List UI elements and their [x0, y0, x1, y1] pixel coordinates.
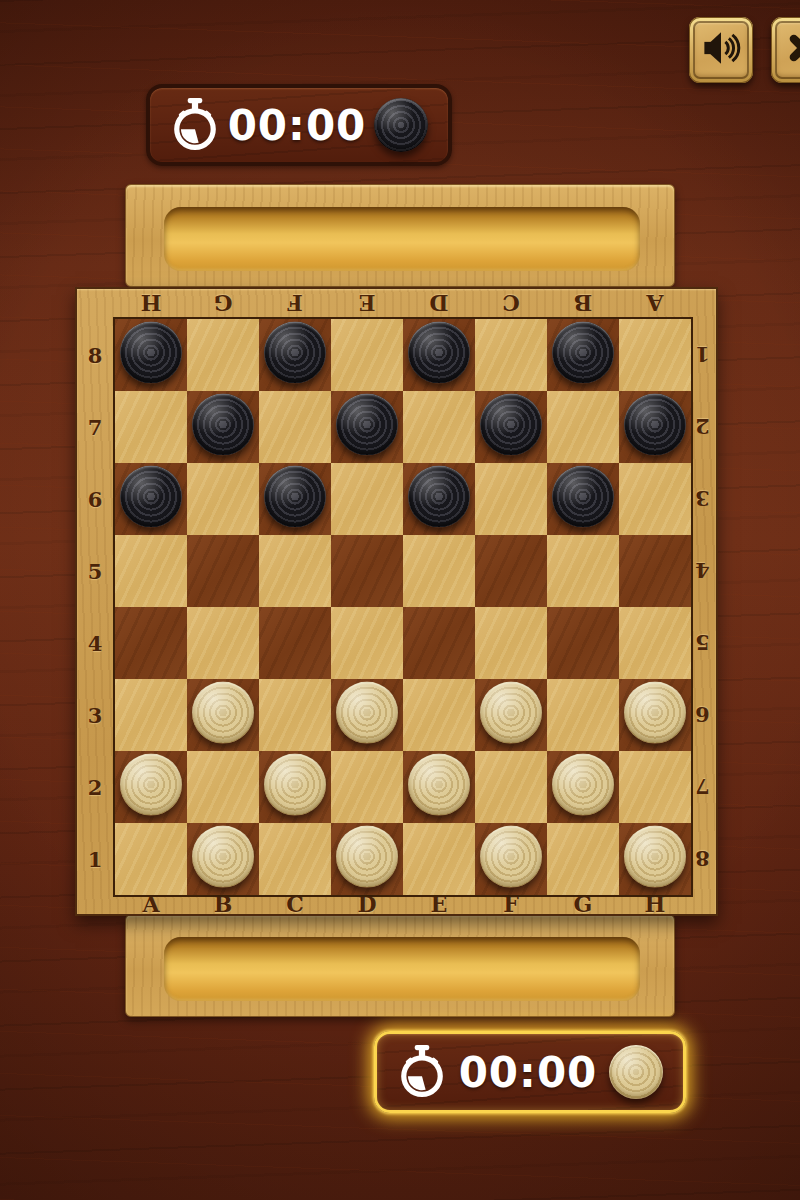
rank-label: 4: [687, 535, 718, 607]
square-E7[interactable]: [403, 391, 475, 463]
white-checker-piece[interactable]: [624, 826, 686, 888]
tray-groove: [164, 937, 640, 1001]
square-C1[interactable]: [259, 823, 331, 895]
square-H5[interactable]: [619, 535, 691, 607]
square-G8[interactable]: [547, 319, 619, 391]
black-checker-piece[interactable]: [192, 394, 254, 456]
square-B3[interactable]: [187, 679, 259, 751]
black-checker-piece[interactable]: [336, 394, 398, 456]
square-F7[interactable]: [475, 391, 547, 463]
square-F8[interactable]: [475, 319, 547, 391]
captured-pieces-tray-top: [125, 184, 675, 287]
file-label: C: [475, 289, 547, 317]
square-A6[interactable]: [115, 463, 187, 535]
square-D8[interactable]: [331, 319, 403, 391]
ranks-left: 87654321: [77, 319, 113, 895]
black-checker-piece[interactable]: [264, 322, 326, 384]
file-label: E: [331, 289, 403, 317]
square-C6[interactable]: [259, 463, 331, 535]
square-A7[interactable]: [115, 391, 187, 463]
rank-label: 4: [77, 607, 113, 679]
white-checker-piece[interactable]: [480, 682, 542, 744]
rank-label: 3: [687, 463, 718, 535]
white-checker-piece[interactable]: [336, 826, 398, 888]
square-A5[interactable]: [115, 535, 187, 607]
rank-label: 6: [77, 463, 113, 535]
square-B7[interactable]: [187, 391, 259, 463]
square-D7[interactable]: [331, 391, 403, 463]
game-screen: 00:00 HGFEDCBA ABCDEFGH 87654321 1234567…: [0, 0, 800, 1200]
white-checker-piece[interactable]: [408, 754, 470, 816]
square-B6[interactable]: [187, 463, 259, 535]
square-F5[interactable]: [475, 535, 547, 607]
white-checker-piece[interactable]: [192, 682, 254, 744]
file-label: A: [619, 289, 691, 317]
black-checker-piece[interactable]: [120, 466, 182, 528]
square-G7[interactable]: [547, 391, 619, 463]
square-C7[interactable]: [259, 391, 331, 463]
square-A3[interactable]: [115, 679, 187, 751]
sound-button-face: [693, 21, 749, 79]
file-label: D: [403, 289, 475, 317]
file-label: F: [259, 289, 331, 317]
square-D3[interactable]: [331, 679, 403, 751]
white-checker-piece[interactable]: [192, 826, 254, 888]
white-timer-piece-indicator: [609, 1045, 663, 1099]
rank-label: 5: [687, 607, 718, 679]
square-D4[interactable]: [331, 607, 403, 679]
square-H3[interactable]: [619, 679, 691, 751]
board-frame: HGFEDCBA ABCDEFGH 87654321 12345678: [75, 287, 718, 916]
square-C3[interactable]: [259, 679, 331, 751]
square-E6[interactable]: [403, 463, 475, 535]
black-checker-piece[interactable]: [480, 394, 542, 456]
rank-label: 1: [77, 823, 113, 895]
black-checker-piece[interactable]: [552, 466, 614, 528]
black-timer-panel: 00:00: [146, 84, 452, 166]
black-checker-piece[interactable]: [552, 322, 614, 384]
square-D2[interactable]: [331, 751, 403, 823]
rank-label: 5: [77, 535, 113, 607]
square-G2[interactable]: [547, 751, 619, 823]
square-H7[interactable]: [619, 391, 691, 463]
rank-label: 3: [77, 679, 113, 751]
square-E8[interactable]: [403, 319, 475, 391]
square-E4[interactable]: [403, 607, 475, 679]
white-checker-piece[interactable]: [624, 682, 686, 744]
file-label: G: [187, 289, 259, 317]
black-timer-value: 00:00: [220, 101, 374, 150]
white-checker-piece[interactable]: [120, 754, 182, 816]
black-checker-piece[interactable]: [624, 394, 686, 456]
captured-pieces-tray-bottom: [125, 914, 675, 1017]
square-E2[interactable]: [403, 751, 475, 823]
tray-groove: [164, 207, 640, 271]
square-G6[interactable]: [547, 463, 619, 535]
square-C2[interactable]: [259, 751, 331, 823]
rank-label: 8: [687, 823, 718, 895]
square-A2[interactable]: [115, 751, 187, 823]
square-F1[interactable]: [475, 823, 547, 895]
square-C4[interactable]: [259, 607, 331, 679]
stopwatch-icon: [170, 96, 220, 154]
rank-label: 1: [687, 319, 718, 391]
square-D5[interactable]: [331, 535, 403, 607]
x-icon: [783, 28, 800, 72]
close-button[interactable]: [771, 17, 800, 83]
square-B5[interactable]: [187, 535, 259, 607]
file-label: B: [547, 289, 619, 317]
square-D1[interactable]: [331, 823, 403, 895]
square-H2[interactable]: [619, 751, 691, 823]
square-F2[interactable]: [475, 751, 547, 823]
square-G5[interactable]: [547, 535, 619, 607]
speaker-icon: [700, 27, 742, 73]
black-timer-piece-indicator: [374, 98, 428, 152]
white-checker-piece[interactable]: [336, 682, 398, 744]
black-checker-piece[interactable]: [408, 466, 470, 528]
square-E5[interactable]: [403, 535, 475, 607]
white-checker-piece[interactable]: [264, 754, 326, 816]
square-B4[interactable]: [187, 607, 259, 679]
white-timer-value: 00:00: [447, 1048, 609, 1097]
white-checker-piece[interactable]: [552, 754, 614, 816]
sound-button[interactable]: [689, 17, 753, 83]
square-E1[interactable]: [403, 823, 475, 895]
file-label: H: [115, 289, 187, 317]
square-G1[interactable]: [547, 823, 619, 895]
ranks-right: 12345678: [687, 319, 718, 895]
black-checker-piece[interactable]: [408, 322, 470, 384]
stopwatch-icon: [397, 1043, 447, 1101]
files-top: HGFEDCBA: [115, 289, 691, 317]
board-grid: [115, 319, 691, 895]
square-D6[interactable]: [331, 463, 403, 535]
white-timer-panel: 00:00: [374, 1031, 686, 1113]
square-F3[interactable]: [475, 679, 547, 751]
square-A1[interactable]: [115, 823, 187, 895]
square-A4[interactable]: [115, 607, 187, 679]
square-H6[interactable]: [619, 463, 691, 535]
rank-label: 2: [77, 751, 113, 823]
rank-label: 2: [687, 391, 718, 463]
rank-label: 8: [77, 319, 113, 391]
square-E3[interactable]: [403, 679, 475, 751]
rank-label: 7: [687, 751, 718, 823]
square-B1[interactable]: [187, 823, 259, 895]
square-F6[interactable]: [475, 463, 547, 535]
square-C8[interactable]: [259, 319, 331, 391]
black-checker-piece[interactable]: [120, 322, 182, 384]
black-checker-piece[interactable]: [264, 466, 326, 528]
close-button-face: [775, 21, 800, 79]
square-G4[interactable]: [547, 607, 619, 679]
square-C5[interactable]: [259, 535, 331, 607]
white-checker-piece[interactable]: [480, 826, 542, 888]
square-H4[interactable]: [619, 607, 691, 679]
square-H8[interactable]: [619, 319, 691, 391]
square-H1[interactable]: [619, 823, 691, 895]
square-B8[interactable]: [187, 319, 259, 391]
square-B2[interactable]: [187, 751, 259, 823]
rank-label: 7: [77, 391, 113, 463]
rank-label: 6: [687, 679, 718, 751]
square-A8[interactable]: [115, 319, 187, 391]
square-F4[interactable]: [475, 607, 547, 679]
square-G3[interactable]: [547, 679, 619, 751]
